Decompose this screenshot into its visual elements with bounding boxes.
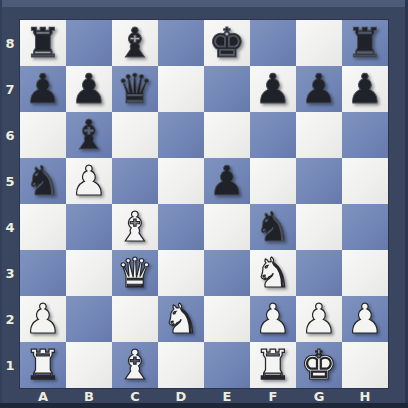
square-d3[interactable]: [158, 250, 204, 296]
piece-black-king[interactable]: ♚: [204, 20, 250, 66]
square-d2[interactable]: ♞: [158, 296, 204, 342]
rank-label-7: 7: [0, 66, 20, 112]
chess-board-frame: 87654321 ♜♝♚♜♟♟♛♟♟♟♝♞♟♟♝♞♛♞♟♞♟♟♟♜♝♜♚ ABC…: [0, 0, 408, 408]
square-h5[interactable]: [342, 158, 388, 204]
square-f2[interactable]: ♟: [250, 296, 296, 342]
square-e2[interactable]: [204, 296, 250, 342]
piece-white-rook[interactable]: ♜: [250, 342, 296, 388]
square-d7[interactable]: [158, 66, 204, 112]
square-h3[interactable]: [342, 250, 388, 296]
square-g7[interactable]: ♟: [296, 66, 342, 112]
file-label-h: H: [342, 388, 388, 408]
piece-white-knight[interactable]: ♞: [250, 250, 296, 296]
square-c6[interactable]: [112, 112, 158, 158]
file-label-d: D: [158, 388, 204, 408]
piece-white-queen[interactable]: ♛: [112, 250, 158, 296]
rank-label-6: 6: [0, 112, 20, 158]
square-a5[interactable]: ♞: [20, 158, 66, 204]
piece-white-king[interactable]: ♚: [296, 342, 342, 388]
rank-label-4: 4: [0, 204, 20, 250]
square-c5[interactable]: [112, 158, 158, 204]
square-f6[interactable]: [250, 112, 296, 158]
rank-label-5: 5: [0, 158, 20, 204]
square-d1[interactable]: [158, 342, 204, 388]
piece-white-pawn[interactable]: ♟: [296, 296, 342, 342]
square-a6[interactable]: [20, 112, 66, 158]
square-e6[interactable]: [204, 112, 250, 158]
square-b4[interactable]: [66, 204, 112, 250]
square-h8[interactable]: ♜: [342, 20, 388, 66]
file-label-e: E: [204, 388, 250, 408]
rank-label-8: 8: [0, 20, 20, 66]
square-a3[interactable]: [20, 250, 66, 296]
square-d5[interactable]: [158, 158, 204, 204]
square-e4[interactable]: [204, 204, 250, 250]
piece-white-bishop[interactable]: ♝: [112, 204, 158, 250]
square-b2[interactable]: [66, 296, 112, 342]
square-g8[interactable]: [296, 20, 342, 66]
square-d4[interactable]: [158, 204, 204, 250]
file-label-a: A: [20, 388, 66, 408]
square-b3[interactable]: [66, 250, 112, 296]
piece-black-rook[interactable]: ♜: [20, 20, 66, 66]
square-a2[interactable]: ♟: [20, 296, 66, 342]
piece-black-knight[interactable]: ♞: [20, 158, 66, 204]
piece-black-knight[interactable]: ♞: [250, 204, 296, 250]
frame-top-highlight: [0, 0, 408, 7]
piece-white-pawn[interactable]: ♟: [20, 296, 66, 342]
square-e1[interactable]: [204, 342, 250, 388]
square-e3[interactable]: [204, 250, 250, 296]
square-g6[interactable]: [296, 112, 342, 158]
piece-white-pawn[interactable]: ♟: [66, 158, 112, 204]
square-d8[interactable]: [158, 20, 204, 66]
file-label-f: F: [250, 388, 296, 408]
piece-black-pawn[interactable]: ♟: [296, 66, 342, 112]
square-h4[interactable]: [342, 204, 388, 250]
square-a8[interactable]: ♜: [20, 20, 66, 66]
file-label-b: B: [66, 388, 112, 408]
rank-label-1: 1: [0, 342, 20, 388]
piece-black-pawn[interactable]: ♟: [204, 158, 250, 204]
square-g1[interactable]: ♚: [296, 342, 342, 388]
square-c2[interactable]: [112, 296, 158, 342]
square-c4[interactable]: ♝: [112, 204, 158, 250]
square-a1[interactable]: ♜: [20, 342, 66, 388]
square-c1[interactable]: ♝: [112, 342, 158, 388]
square-b5[interactable]: ♟: [66, 158, 112, 204]
piece-white-pawn[interactable]: ♟: [342, 296, 388, 342]
square-g4[interactable]: [296, 204, 342, 250]
file-label-g: G: [296, 388, 342, 408]
square-g2[interactable]: ♟: [296, 296, 342, 342]
rank-label-3: 3: [0, 250, 20, 296]
square-f4[interactable]: ♞: [250, 204, 296, 250]
square-h6[interactable]: [342, 112, 388, 158]
square-b8[interactable]: [66, 20, 112, 66]
piece-white-pawn[interactable]: ♟: [250, 296, 296, 342]
chess-board: ♜♝♚♜♟♟♛♟♟♟♝♞♟♟♝♞♛♞♟♞♟♟♟♜♝♜♚: [20, 20, 388, 388]
square-b1[interactable]: [66, 342, 112, 388]
piece-black-pawn[interactable]: ♟: [66, 66, 112, 112]
file-label-c: C: [112, 388, 158, 408]
square-c7[interactable]: ♛: [112, 66, 158, 112]
square-e5[interactable]: ♟: [204, 158, 250, 204]
piece-black-pawn[interactable]: ♟: [342, 66, 388, 112]
square-g5[interactable]: [296, 158, 342, 204]
piece-black-bishop[interactable]: ♝: [112, 20, 158, 66]
square-f7[interactable]: ♟: [250, 66, 296, 112]
rank-label-2: 2: [0, 296, 20, 342]
square-d6[interactable]: [158, 112, 204, 158]
piece-black-pawn[interactable]: ♟: [20, 66, 66, 112]
square-e7[interactable]: [204, 66, 250, 112]
file-labels: ABCDEFGH: [20, 388, 388, 408]
square-b6[interactable]: ♝: [66, 112, 112, 158]
square-c8[interactable]: ♝: [112, 20, 158, 66]
piece-white-bishop[interactable]: ♝: [112, 342, 158, 388]
square-f1[interactable]: ♜: [250, 342, 296, 388]
piece-black-pawn[interactable]: ♟: [250, 66, 296, 112]
rank-labels: 87654321: [0, 20, 20, 388]
square-a4[interactable]: [20, 204, 66, 250]
square-f3[interactable]: ♞: [250, 250, 296, 296]
square-h2[interactable]: ♟: [342, 296, 388, 342]
square-e8[interactable]: ♚: [204, 20, 250, 66]
square-g3[interactable]: [296, 250, 342, 296]
square-a7[interactable]: ♟: [20, 66, 66, 112]
square-b7[interactable]: ♟: [66, 66, 112, 112]
piece-black-queen[interactable]: ♛: [112, 66, 158, 112]
square-h1[interactable]: [342, 342, 388, 388]
square-f5[interactable]: [250, 158, 296, 204]
square-h7[interactable]: ♟: [342, 66, 388, 112]
piece-white-knight[interactable]: ♞: [158, 296, 204, 342]
piece-black-rook[interactable]: ♜: [342, 20, 388, 66]
square-f8[interactable]: [250, 20, 296, 66]
piece-white-rook[interactable]: ♜: [20, 342, 66, 388]
piece-black-bishop[interactable]: ♝: [66, 112, 112, 158]
square-c3[interactable]: ♛: [112, 250, 158, 296]
